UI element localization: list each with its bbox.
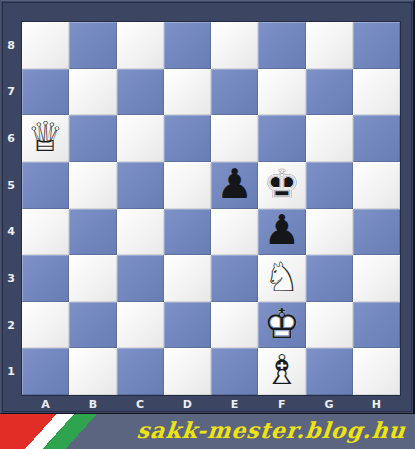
square-b3[interactable] (69, 255, 116, 302)
white-bishop-fill-glyph: ♝ (263, 350, 300, 391)
square-c1[interactable] (117, 348, 164, 395)
square-c4[interactable] (117, 209, 164, 256)
rank-labels: 87654321 (0, 22, 22, 395)
watermark-text: sakk-mester.blog.hu (136, 417, 408, 443)
white-queen-outline-glyph: ♕ (27, 117, 64, 158)
square-e3[interactable] (211, 255, 258, 302)
black-king-fill-glyph: ♚ (263, 164, 300, 205)
chess-board: ♛♕♟♚♔♟♞♘♚♔♝♗ (22, 22, 400, 395)
piece-black-king: ♚♔ (258, 162, 305, 209)
square-g4[interactable] (306, 209, 353, 256)
piece-white-bishop: ♝♗ (258, 348, 305, 395)
white-king-outline-glyph: ♔ (263, 304, 300, 345)
square-c3[interactable] (117, 255, 164, 302)
file-label-h: H (353, 395, 400, 414)
square-e4[interactable] (211, 209, 258, 256)
rank-label-6: 6 (0, 115, 22, 162)
rank-label-7: 7 (0, 69, 22, 116)
watermark-bar: sakk-mester.blog.hu (0, 414, 415, 449)
square-f6[interactable] (258, 115, 305, 162)
white-knight-fill-glyph: ♞ (263, 257, 300, 298)
square-c6[interactable] (117, 115, 164, 162)
square-e5[interactable]: ♟ (211, 162, 258, 209)
square-b4[interactable] (69, 209, 116, 256)
piece-white-queen: ♛♕ (22, 115, 69, 162)
square-d3[interactable] (164, 255, 211, 302)
file-labels: ABCDEFGH (22, 395, 400, 414)
square-a1[interactable] (22, 348, 69, 395)
square-a7[interactable] (22, 69, 69, 116)
rank-label-1: 1 (0, 348, 22, 395)
square-a8[interactable] (22, 22, 69, 69)
square-g7[interactable] (306, 69, 353, 116)
square-g8[interactable] (306, 22, 353, 69)
white-knight-outline-glyph: ♘ (263, 257, 300, 298)
square-a5[interactable] (22, 162, 69, 209)
square-f4[interactable]: ♟ (258, 209, 305, 256)
square-b6[interactable] (69, 115, 116, 162)
square-c2[interactable] (117, 302, 164, 349)
rank-label-4: 4 (0, 209, 22, 256)
square-h8[interactable] (353, 22, 400, 69)
square-e7[interactable] (211, 69, 258, 116)
file-label-f: F (258, 395, 305, 414)
square-g3[interactable] (306, 255, 353, 302)
square-h3[interactable] (353, 255, 400, 302)
square-d4[interactable] (164, 209, 211, 256)
square-h1[interactable] (353, 348, 400, 395)
rank-label-2: 2 (0, 302, 22, 349)
square-b1[interactable] (69, 348, 116, 395)
hungarian-flag-stripes (0, 414, 140, 449)
file-label-d: D (164, 395, 211, 414)
square-d8[interactable] (164, 22, 211, 69)
white-bishop-outline-glyph: ♗ (263, 350, 300, 391)
square-f7[interactable] (258, 69, 305, 116)
square-f3[interactable]: ♞♘ (258, 255, 305, 302)
square-g1[interactable] (306, 348, 353, 395)
square-f2[interactable]: ♚♔ (258, 302, 305, 349)
square-h6[interactable] (353, 115, 400, 162)
square-b8[interactable] (69, 22, 116, 69)
piece-white-king: ♚♔ (258, 302, 305, 349)
square-b7[interactable] (69, 69, 116, 116)
square-a4[interactable] (22, 209, 69, 256)
square-d7[interactable] (164, 69, 211, 116)
square-e2[interactable] (211, 302, 258, 349)
file-label-c: C (117, 395, 164, 414)
square-c5[interactable] (117, 162, 164, 209)
square-h7[interactable] (353, 69, 400, 116)
file-label-e: E (211, 395, 258, 414)
file-label-g: G (306, 395, 353, 414)
rank-label-8: 8 (0, 22, 22, 69)
square-f5[interactable]: ♚♔ (258, 162, 305, 209)
square-h5[interactable] (353, 162, 400, 209)
square-g2[interactable] (306, 302, 353, 349)
white-king-fill-glyph: ♚ (263, 304, 300, 345)
square-a2[interactable] (22, 302, 69, 349)
square-d1[interactable] (164, 348, 211, 395)
file-label-b: B (69, 395, 116, 414)
file-label-a: A (22, 395, 69, 414)
square-e8[interactable] (211, 22, 258, 69)
square-c8[interactable] (117, 22, 164, 69)
piece-white-knight: ♞♘ (258, 255, 305, 302)
chess-diagram: 87654321 ♛♕♟♚♔♟♞♘♚♔♝♗ ABCDEFGH sakk-mest… (0, 0, 415, 449)
square-d5[interactable] (164, 162, 211, 209)
square-d2[interactable] (164, 302, 211, 349)
square-g6[interactable] (306, 115, 353, 162)
square-a3[interactable] (22, 255, 69, 302)
rank-label-5: 5 (0, 162, 22, 209)
black-king-outline-glyph: ♔ (263, 164, 300, 205)
square-c7[interactable] (117, 69, 164, 116)
square-b5[interactable] (69, 162, 116, 209)
rank-label-3: 3 (0, 255, 22, 302)
square-g5[interactable] (306, 162, 353, 209)
piece-black-pawn: ♟ (258, 209, 305, 256)
black-pawn-fill-glyph: ♟ (216, 164, 253, 205)
square-h4[interactable] (353, 209, 400, 256)
square-e1[interactable] (211, 348, 258, 395)
square-h2[interactable] (353, 302, 400, 349)
black-pawn-fill-glyph: ♟ (263, 210, 300, 251)
piece-black-pawn: ♟ (211, 162, 258, 209)
square-d6[interactable] (164, 115, 211, 162)
square-f1[interactable]: ♝♗ (258, 348, 305, 395)
square-e6[interactable] (211, 115, 258, 162)
square-b2[interactable] (69, 302, 116, 349)
square-a6[interactable]: ♛♕ (22, 115, 69, 162)
white-queen-fill-glyph: ♛ (27, 117, 64, 158)
square-f8[interactable] (258, 22, 305, 69)
